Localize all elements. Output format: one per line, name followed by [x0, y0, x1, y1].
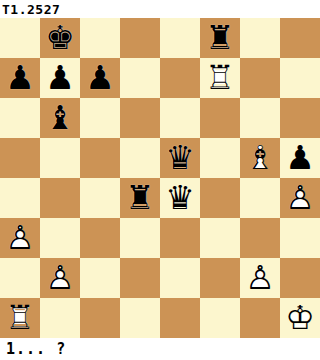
- square-b6[interactable]: ♝: [40, 98, 80, 138]
- square-f6[interactable]: [200, 98, 240, 138]
- square-d5[interactable]: [120, 138, 160, 178]
- black-queen: ♛: [160, 138, 200, 178]
- square-g1[interactable]: [240, 298, 280, 338]
- puzzle-page: T1.2527 ♚♜♟♟♟♜♖♝♛♝♗♟♜♛♟♙♟♙♟♙♟♙♜♖♚♔ 1... …: [0, 0, 320, 360]
- square-c1[interactable]: [80, 298, 120, 338]
- square-g6[interactable]: [240, 98, 280, 138]
- black-queen: ♛: [160, 178, 200, 218]
- square-h2[interactable]: [280, 258, 320, 298]
- header-bar: T1.2527: [0, 0, 320, 18]
- square-a4[interactable]: [0, 178, 40, 218]
- square-g7[interactable]: [240, 58, 280, 98]
- square-f3[interactable]: [200, 218, 240, 258]
- square-a8[interactable]: [0, 18, 40, 58]
- square-b3[interactable]: [40, 218, 80, 258]
- square-e5[interactable]: ♛: [160, 138, 200, 178]
- square-b4[interactable]: [40, 178, 80, 218]
- square-b1[interactable]: [40, 298, 80, 338]
- square-b8[interactable]: ♚: [40, 18, 80, 58]
- black-rook: ♜: [120, 178, 160, 218]
- square-f5[interactable]: [200, 138, 240, 178]
- white-king: ♚♔: [280, 298, 320, 338]
- square-h7[interactable]: [280, 58, 320, 98]
- white-pawn: ♟♙: [0, 218, 40, 258]
- square-h3[interactable]: [280, 218, 320, 258]
- square-h5[interactable]: ♟: [280, 138, 320, 178]
- square-h1[interactable]: ♚♔: [280, 298, 320, 338]
- puzzle-id: T1.2527: [2, 2, 60, 17]
- square-a7[interactable]: ♟: [0, 58, 40, 98]
- square-c4[interactable]: [80, 178, 120, 218]
- move-prompt: 1... ?: [6, 340, 66, 358]
- square-e2[interactable]: [160, 258, 200, 298]
- square-d4[interactable]: ♜: [120, 178, 160, 218]
- square-d7[interactable]: [120, 58, 160, 98]
- white-pawn: ♟♙: [280, 178, 320, 218]
- square-c5[interactable]: [80, 138, 120, 178]
- square-e8[interactable]: [160, 18, 200, 58]
- square-c7[interactable]: ♟: [80, 58, 120, 98]
- square-e6[interactable]: [160, 98, 200, 138]
- square-b5[interactable]: [40, 138, 80, 178]
- square-f4[interactable]: [200, 178, 240, 218]
- black-rook: ♜: [200, 18, 240, 58]
- square-a6[interactable]: [0, 98, 40, 138]
- square-d3[interactable]: [120, 218, 160, 258]
- black-pawn: ♟: [80, 58, 120, 98]
- white-rook: ♜♖: [200, 58, 240, 98]
- square-d8[interactable]: [120, 18, 160, 58]
- square-g3[interactable]: [240, 218, 280, 258]
- square-h6[interactable]: [280, 98, 320, 138]
- white-pawn: ♟♙: [240, 258, 280, 298]
- white-rook: ♜♖: [0, 298, 40, 338]
- square-d1[interactable]: [120, 298, 160, 338]
- square-a2[interactable]: [0, 258, 40, 298]
- square-a5[interactable]: [0, 138, 40, 178]
- square-a3[interactable]: ♟♙: [0, 218, 40, 258]
- black-king: ♚: [40, 18, 80, 58]
- chess-board: ♚♜♟♟♟♜♖♝♛♝♗♟♜♛♟♙♟♙♟♙♟♙♜♖♚♔: [0, 18, 320, 338]
- square-g4[interactable]: [240, 178, 280, 218]
- square-e3[interactable]: [160, 218, 200, 258]
- square-c2[interactable]: [80, 258, 120, 298]
- white-pawn: ♟♙: [40, 258, 80, 298]
- square-f7[interactable]: ♜♖: [200, 58, 240, 98]
- black-pawn: ♟: [280, 138, 320, 178]
- white-bishop: ♝♗: [240, 138, 280, 178]
- black-bishop: ♝: [40, 98, 80, 138]
- square-c3[interactable]: [80, 218, 120, 258]
- square-d6[interactable]: [120, 98, 160, 138]
- square-e1[interactable]: [160, 298, 200, 338]
- square-a1[interactable]: ♜♖: [0, 298, 40, 338]
- square-b7[interactable]: ♟: [40, 58, 80, 98]
- square-b2[interactable]: ♟♙: [40, 258, 80, 298]
- square-f1[interactable]: [200, 298, 240, 338]
- square-f2[interactable]: [200, 258, 240, 298]
- black-pawn: ♟: [40, 58, 80, 98]
- square-g8[interactable]: [240, 18, 280, 58]
- square-c6[interactable]: [80, 98, 120, 138]
- square-e4[interactable]: ♛: [160, 178, 200, 218]
- black-pawn: ♟: [0, 58, 40, 98]
- square-f8[interactable]: ♜: [200, 18, 240, 58]
- footer-bar: 1... ?: [0, 338, 320, 360]
- square-h4[interactable]: ♟♙: [280, 178, 320, 218]
- square-h8[interactable]: [280, 18, 320, 58]
- square-e7[interactable]: [160, 58, 200, 98]
- square-d2[interactable]: [120, 258, 160, 298]
- square-g5[interactable]: ♝♗: [240, 138, 280, 178]
- square-c8[interactable]: [80, 18, 120, 58]
- square-g2[interactable]: ♟♙: [240, 258, 280, 298]
